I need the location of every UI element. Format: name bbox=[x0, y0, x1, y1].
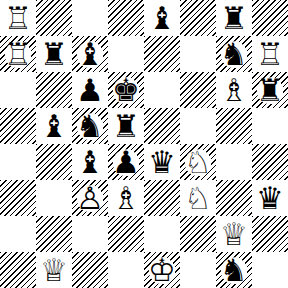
square-f5[interactable] bbox=[180, 108, 216, 144]
square-d4[interactable]: ♟ bbox=[108, 144, 144, 180]
square-a2[interactable] bbox=[0, 216, 36, 252]
black-pawn-icon[interactable]: ♟ bbox=[72, 72, 108, 108]
square-b5[interactable]: ♝ bbox=[36, 108, 72, 144]
square-d2[interactable] bbox=[108, 216, 144, 252]
square-e1[interactable]: ♔ bbox=[144, 252, 180, 288]
square-d3[interactable]: ♗ bbox=[108, 180, 144, 216]
square-g2[interactable]: ♕ bbox=[216, 216, 252, 252]
white-rook-icon[interactable]: ♖ bbox=[252, 36, 288, 72]
square-c2[interactable] bbox=[72, 216, 108, 252]
square-h8[interactable] bbox=[252, 0, 288, 36]
black-knight-icon[interactable]: ♞ bbox=[216, 252, 252, 288]
square-d1[interactable] bbox=[108, 252, 144, 288]
square-c4[interactable]: ♝ bbox=[72, 144, 108, 180]
square-d5[interactable]: ♜ bbox=[108, 108, 144, 144]
black-knight-icon[interactable]: ♞ bbox=[72, 108, 108, 144]
square-c6[interactable]: ♟ bbox=[72, 72, 108, 108]
black-bishop-icon[interactable]: ♝ bbox=[72, 144, 108, 180]
black-rook-icon[interactable]: ♜ bbox=[216, 0, 252, 36]
white-rook-icon[interactable]: ♖ bbox=[0, 36, 36, 72]
square-e8[interactable]: ♝ bbox=[144, 0, 180, 36]
white-rook-icon[interactable]: ♖ bbox=[0, 0, 36, 36]
square-f6[interactable] bbox=[180, 72, 216, 108]
square-g4[interactable] bbox=[216, 144, 252, 180]
square-g8[interactable]: ♜ bbox=[216, 0, 252, 36]
square-h7[interactable]: ♖ bbox=[252, 36, 288, 72]
black-queen-icon[interactable]: ♛ bbox=[144, 144, 180, 180]
white-knight-icon[interactable]: ♘ bbox=[180, 180, 216, 216]
square-b6[interactable] bbox=[36, 72, 72, 108]
square-f2[interactable] bbox=[180, 216, 216, 252]
square-h3[interactable]: ♛ bbox=[252, 180, 288, 216]
square-h5[interactable] bbox=[252, 108, 288, 144]
square-a6[interactable] bbox=[0, 72, 36, 108]
square-a7[interactable]: ♖ bbox=[0, 36, 36, 72]
square-f1[interactable] bbox=[180, 252, 216, 288]
square-c7[interactable]: ♝ bbox=[72, 36, 108, 72]
square-e6[interactable] bbox=[144, 72, 180, 108]
white-pawn-icon[interactable]: ♙ bbox=[72, 180, 108, 216]
square-h4[interactable] bbox=[252, 144, 288, 180]
square-h2[interactable] bbox=[252, 216, 288, 252]
square-a8[interactable]: ♖ bbox=[0, 0, 36, 36]
square-e7[interactable] bbox=[144, 36, 180, 72]
square-b7[interactable]: ♜ bbox=[36, 36, 72, 72]
square-h1[interactable] bbox=[252, 252, 288, 288]
white-queen-icon[interactable]: ♕ bbox=[216, 216, 252, 252]
square-d8[interactable] bbox=[108, 0, 144, 36]
square-f7[interactable] bbox=[180, 36, 216, 72]
white-king-icon[interactable]: ♔ bbox=[144, 252, 180, 288]
square-h6[interactable]: ♜ bbox=[252, 72, 288, 108]
square-e4[interactable]: ♛ bbox=[144, 144, 180, 180]
black-bishop-icon[interactable]: ♝ bbox=[144, 0, 180, 36]
black-bishop-icon[interactable]: ♝ bbox=[36, 108, 72, 144]
white-queen-icon[interactable]: ♕ bbox=[36, 252, 72, 288]
chess-diagram: ♖♝♜♖♜♝♞♖♟♚♗♜♝♞♜♝♟♛♘♙♗♘♛♕♕♔♞ bbox=[0, 0, 288, 288]
square-g1[interactable]: ♞ bbox=[216, 252, 252, 288]
square-e5[interactable] bbox=[144, 108, 180, 144]
square-b1[interactable]: ♕ bbox=[36, 252, 72, 288]
square-f8[interactable] bbox=[180, 0, 216, 36]
black-bishop-icon[interactable]: ♝ bbox=[72, 36, 108, 72]
white-bishop-icon[interactable]: ♗ bbox=[108, 180, 144, 216]
black-queen-icon[interactable]: ♛ bbox=[252, 180, 288, 216]
square-a4[interactable] bbox=[0, 144, 36, 180]
black-rook-icon[interactable]: ♜ bbox=[252, 72, 288, 108]
square-e3[interactable] bbox=[144, 180, 180, 216]
black-pawn-icon[interactable]: ♟ bbox=[108, 144, 144, 180]
white-knight-icon[interactable]: ♘ bbox=[180, 144, 216, 180]
black-knight-icon[interactable]: ♞ bbox=[216, 36, 252, 72]
black-rook-icon[interactable]: ♜ bbox=[108, 108, 144, 144]
chess-board: ♖♝♜♖♜♝♞♖♟♚♗♜♝♞♜♝♟♛♘♙♗♘♛♕♕♔♞ bbox=[0, 0, 288, 288]
square-c1[interactable] bbox=[72, 252, 108, 288]
square-a3[interactable] bbox=[0, 180, 36, 216]
square-b3[interactable] bbox=[36, 180, 72, 216]
square-g3[interactable] bbox=[216, 180, 252, 216]
square-g5[interactable] bbox=[216, 108, 252, 144]
square-f4[interactable]: ♘ bbox=[180, 144, 216, 180]
white-bishop-icon[interactable]: ♗ bbox=[216, 72, 252, 108]
square-a5[interactable] bbox=[0, 108, 36, 144]
black-king-icon[interactable]: ♚ bbox=[108, 72, 144, 108]
square-g6[interactable]: ♗ bbox=[216, 72, 252, 108]
square-d7[interactable] bbox=[108, 36, 144, 72]
square-f3[interactable]: ♘ bbox=[180, 180, 216, 216]
square-c5[interactable]: ♞ bbox=[72, 108, 108, 144]
square-b8[interactable] bbox=[36, 0, 72, 36]
square-c3[interactable]: ♙ bbox=[72, 180, 108, 216]
square-b2[interactable] bbox=[36, 216, 72, 252]
square-a1[interactable] bbox=[0, 252, 36, 288]
square-g7[interactable]: ♞ bbox=[216, 36, 252, 72]
square-e2[interactable] bbox=[144, 216, 180, 252]
square-b4[interactable] bbox=[36, 144, 72, 180]
square-c8[interactable] bbox=[72, 0, 108, 36]
black-rook-icon[interactable]: ♜ bbox=[36, 36, 72, 72]
square-d6[interactable]: ♚ bbox=[108, 72, 144, 108]
